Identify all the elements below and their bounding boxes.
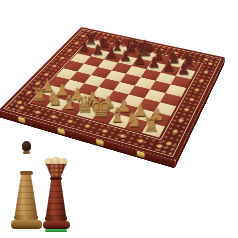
square-f5 [135, 77, 156, 89]
king-neck-ring [20, 171, 33, 175]
piece-dark-pawn: ♟ [105, 46, 118, 60]
queen-neck-ring [50, 177, 62, 180]
foreground-dark-queen [42, 157, 70, 232]
piece-dark-pawn: ♟ [147, 56, 160, 71]
king-base [11, 220, 42, 229]
product-photo: ♜♞♝♛♚♝♞♜♟♟♟♟♟♟♟♟♟♟♟♟♟♟♟♟♜♞♝♛♚♝♞♜ [0, 0, 238, 238]
piece-dark-pawn: ♟ [119, 49, 132, 63]
king-collar [23, 151, 30, 154]
king-finial [22, 141, 31, 151]
piece-dark-pawn: ♟ [78, 40, 90, 54]
queen-crown [45, 164, 67, 177]
king-body [13, 175, 39, 215]
queen-felt-pad [45, 229, 67, 232]
piece-light-rook: ♜ [31, 86, 47, 104]
piece-light-bishop: ♝ [108, 105, 126, 125]
square-h6 [171, 76, 191, 88]
king-carved-crown [14, 154, 38, 171]
square-e5 [120, 74, 141, 86]
foreground-pieces [0, 126, 160, 238]
queen-base [43, 221, 70, 229]
piece-dark-pawn: ♟ [91, 43, 104, 57]
foreground-light-king [10, 141, 42, 229]
piece-dark-pawn: ♟ [162, 59, 175, 74]
brass-hinge [18, 116, 25, 123]
queen-body [44, 180, 68, 216]
piece-dark-pawn: ♟ [133, 53, 146, 67]
piece-dark-pawn: ♟ [177, 62, 190, 77]
